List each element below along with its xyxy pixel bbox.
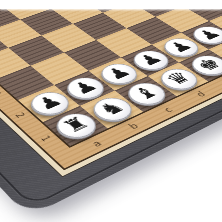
board-squares: ♟♟♟♟♟♟♜♞♝♛♚	[0, 0, 222, 148]
square-b2[interactable]: ♟	[54, 71, 115, 106]
photo-crop-strip	[0, 0, 222, 9]
square-a5[interactable]	[0, 31, 8, 61]
white-pawn-icon: ♟	[135, 51, 167, 68]
square-b5[interactable]	[0, 20, 41, 48]
square-e3[interactable]	[127, 17, 182, 45]
piece-white-pawn-a2[interactable]: ♟	[24, 88, 76, 119]
square-b4[interactable]	[8, 35, 64, 65]
square-e2[interactable]: ♟	[152, 33, 209, 63]
photo-scene: ♟♟♟♟♟♟♜♞♝♛♚ 12345678abcdefgh	[0, 0, 222, 222]
square-f1[interactable]	[209, 37, 222, 67]
piece-white-pawn-d2[interactable]: ♟	[127, 47, 175, 73]
piece-white-bishop-c1[interactable]: ♝	[121, 79, 173, 109]
square-d4[interactable]	[73, 13, 127, 40]
file-label-c: c	[162, 106, 174, 114]
white-pawn-icon: ♟	[194, 27, 222, 43]
piece-white-rook-a1[interactable]: ♜	[50, 109, 104, 142]
white-pawn-icon: ♟	[69, 78, 102, 97]
white-pawn-icon: ♟	[102, 64, 135, 82]
white-knight-icon: ♞	[95, 98, 130, 119]
square-d3[interactable]	[96, 28, 152, 57]
square-d1[interactable]: ♛	[148, 62, 208, 96]
piece-white-king-e1[interactable]: ♚	[185, 52, 222, 79]
square-b1[interactable]: ♞	[80, 91, 143, 129]
rank-label-1: 1	[39, 134, 53, 142]
white-pawn-icon: ♟	[33, 92, 67, 113]
rank-label-3: 3	[0, 90, 3, 97]
piece-white-pawn-c2[interactable]: ♟	[95, 60, 144, 88]
white-king-icon: ♚	[193, 56, 222, 74]
file-label-b: b	[127, 122, 140, 131]
square-a3[interactable]	[0, 66, 54, 100]
white-rook-icon: ♜	[58, 114, 93, 136]
board-frame: ♟♟♟♟♟♟♜♞♝♛♚ 12345678abcdefgh	[0, 0, 222, 168]
square-a2[interactable]: ♟	[18, 85, 80, 122]
piece-white-pawn-e2[interactable]: ♟	[158, 35, 205, 60]
piece-white-knight-b1[interactable]: ♞	[86, 94, 139, 126]
file-label-a: a	[90, 139, 103, 148]
square-c2[interactable]: ♟	[89, 57, 148, 90]
white-queen-icon: ♛	[162, 69, 195, 88]
square-c4[interactable]	[41, 24, 96, 53]
square-a4[interactable]	[0, 48, 30, 80]
square-c1[interactable]: ♝	[115, 76, 177, 112]
chess-case: ♟♟♟♟♟♟♜♞♝♛♚ 12345678abcdefgh	[0, 0, 222, 217]
file-label-d: d	[195, 91, 208, 99]
piece-white-queen-d1[interactable]: ♛	[154, 65, 204, 93]
square-e1[interactable]: ♚	[179, 49, 222, 81]
white-bishop-icon: ♝	[129, 83, 163, 103]
square-a1[interactable]: ♜	[43, 106, 108, 146]
square-f3[interactable]	[155, 6, 209, 32]
square-b3[interactable]	[30, 53, 88, 85]
rank-label-2: 2	[13, 111, 26, 119]
piece-white-pawn-f2[interactable]: ♟	[187, 23, 222, 47]
square-c5[interactable]	[20, 9, 73, 36]
square-c3[interactable]	[64, 40, 121, 71]
square-d2[interactable]: ♟	[121, 45, 179, 76]
square-g2[interactable]	[209, 10, 222, 37]
white-pawn-icon: ♟	[165, 39, 196, 56]
piece-white-pawn-b2[interactable]: ♟	[60, 74, 110, 103]
square-f2[interactable]: ♟	[181, 21, 222, 49]
